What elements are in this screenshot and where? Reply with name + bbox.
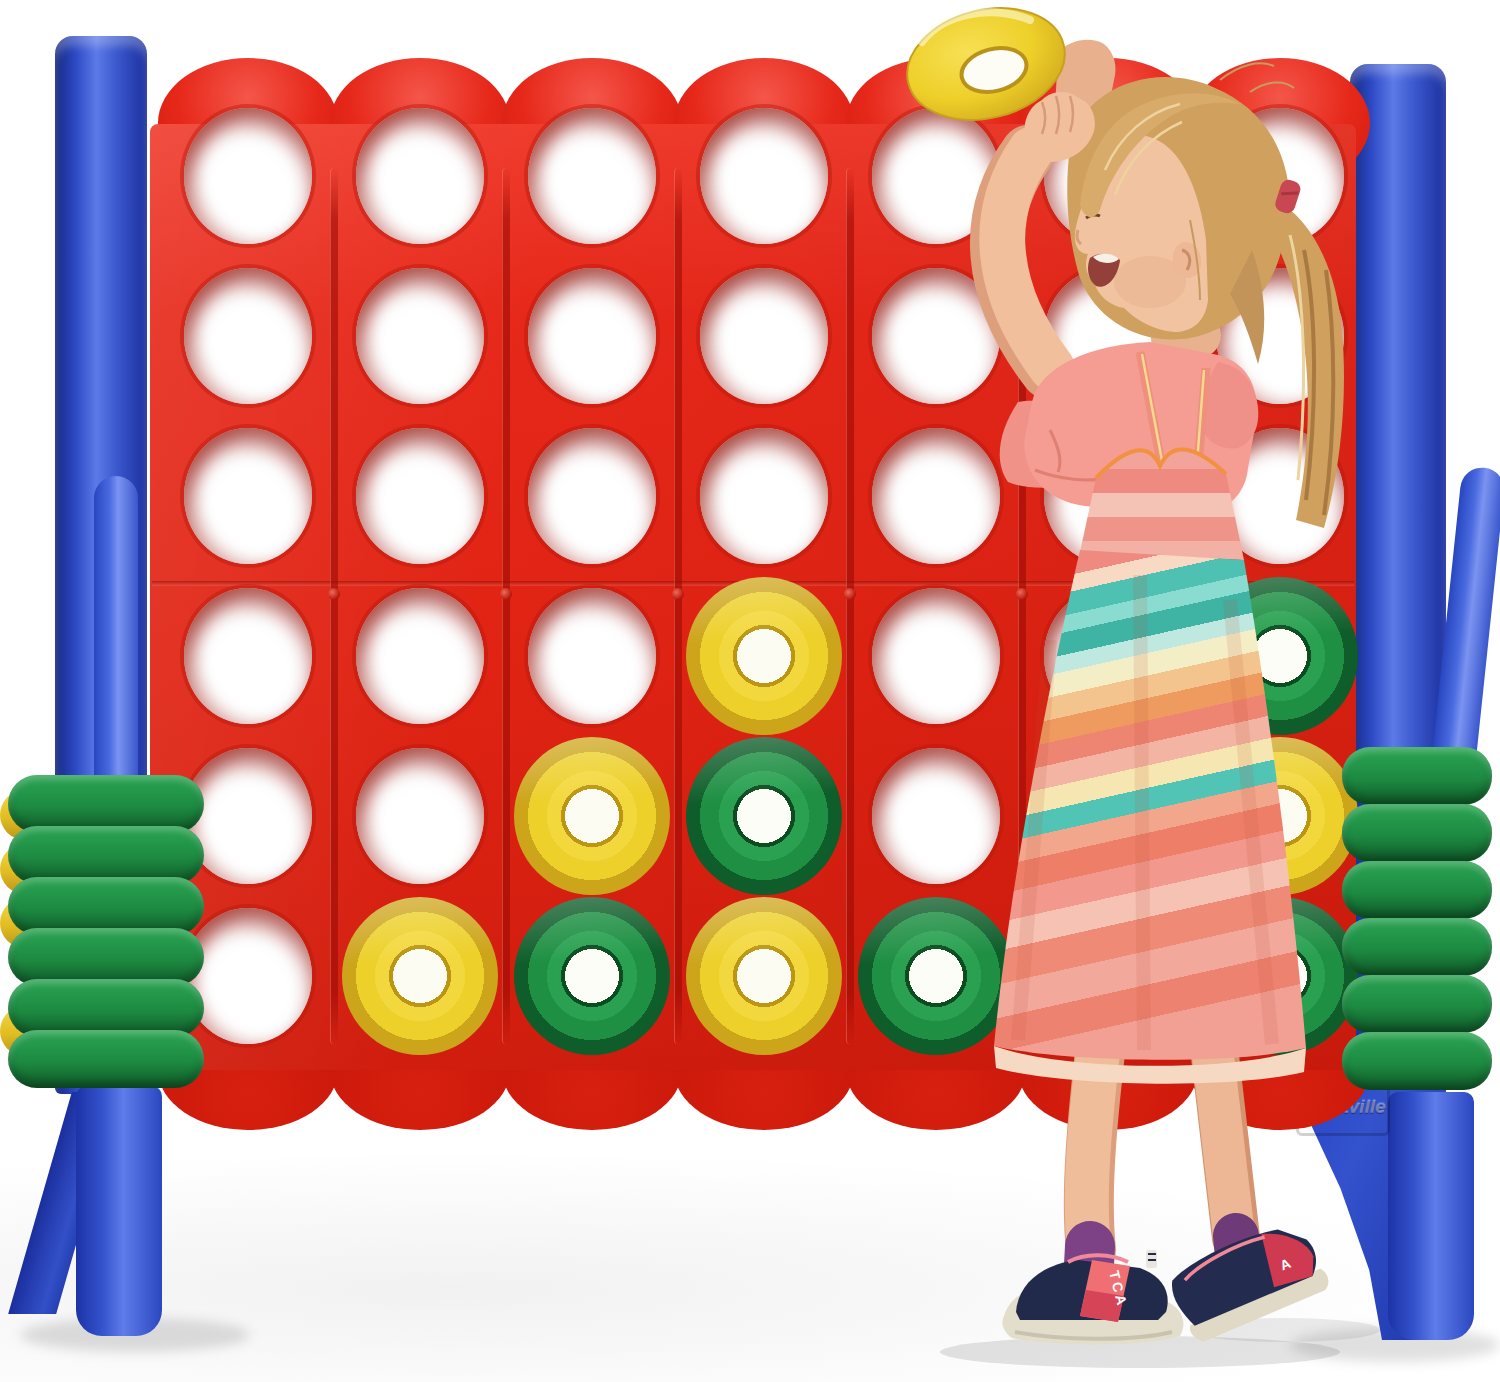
disc-yellow[interactable]	[342, 897, 498, 1055]
tray-disc-green[interactable]	[8, 775, 204, 833]
hole	[700, 428, 828, 564]
shoe-near: TCA	[1002, 1250, 1183, 1345]
cell-r1c1[interactable]	[162, 96, 334, 256]
cell-r4c1[interactable]	[162, 576, 334, 736]
hole	[528, 428, 656, 564]
cell-r1c3[interactable]	[506, 96, 678, 256]
hole	[528, 268, 656, 404]
cell-r5c3[interactable]	[506, 736, 678, 896]
tray-left-green-stack[interactable]	[8, 782, 204, 1088]
foot-right-bar	[1388, 1092, 1474, 1340]
hole	[184, 108, 312, 244]
cell-r2c3[interactable]	[506, 256, 678, 416]
hole	[184, 428, 312, 564]
scene: Giantville	[0, 0, 1500, 1382]
disc-green[interactable]	[686, 737, 842, 895]
near-arm	[997, 150, 1052, 372]
hole	[700, 268, 828, 404]
hole	[184, 588, 312, 724]
legs	[1087, 1030, 1236, 1250]
hole	[356, 748, 484, 884]
tray-disc-green[interactable]	[8, 877, 204, 935]
cell-r4c4[interactable]	[678, 576, 850, 736]
cell-r5c2[interactable]	[334, 736, 506, 896]
cell-r2c2[interactable]	[334, 256, 506, 416]
disc-yellow[interactable]	[686, 897, 842, 1055]
disc-green[interactable]	[514, 897, 670, 1055]
tray-disc-green[interactable]	[8, 928, 204, 986]
cell-r5c4[interactable]	[678, 736, 850, 896]
hole	[700, 108, 828, 244]
cell-r1c4[interactable]	[678, 96, 850, 256]
cell-r6c4[interactable]	[678, 896, 850, 1056]
foot-left-bar	[76, 1086, 162, 1336]
cell-r3c1[interactable]	[162, 416, 334, 576]
cell-r3c2[interactable]	[334, 416, 506, 576]
cell-r3c4[interactable]	[678, 416, 850, 576]
cell-r6c3[interactable]	[506, 896, 678, 1056]
tray-disc-green[interactable]	[8, 979, 204, 1037]
cell-r4c2[interactable]	[334, 576, 506, 736]
child-figure: TCA A	[900, 0, 1380, 1382]
hole	[356, 428, 484, 564]
disc-yellow[interactable]	[686, 577, 842, 735]
hole	[528, 588, 656, 724]
cell-r4c3[interactable]	[506, 576, 678, 736]
disc-yellow[interactable]	[514, 737, 670, 895]
cell-r1c2[interactable]	[334, 96, 506, 256]
hole	[356, 268, 484, 404]
cell-r3c3[interactable]	[506, 416, 678, 576]
hole	[184, 268, 312, 404]
dress-skirt	[994, 550, 1306, 1084]
cell-r2c1[interactable]	[162, 256, 334, 416]
hole	[528, 108, 656, 244]
tray-disc-green[interactable]	[8, 1030, 204, 1088]
hole	[356, 108, 484, 244]
cell-r2c4[interactable]	[678, 256, 850, 416]
cell-r6c2[interactable]	[334, 896, 506, 1056]
hole	[356, 588, 484, 724]
tray-disc-green[interactable]	[8, 826, 204, 884]
